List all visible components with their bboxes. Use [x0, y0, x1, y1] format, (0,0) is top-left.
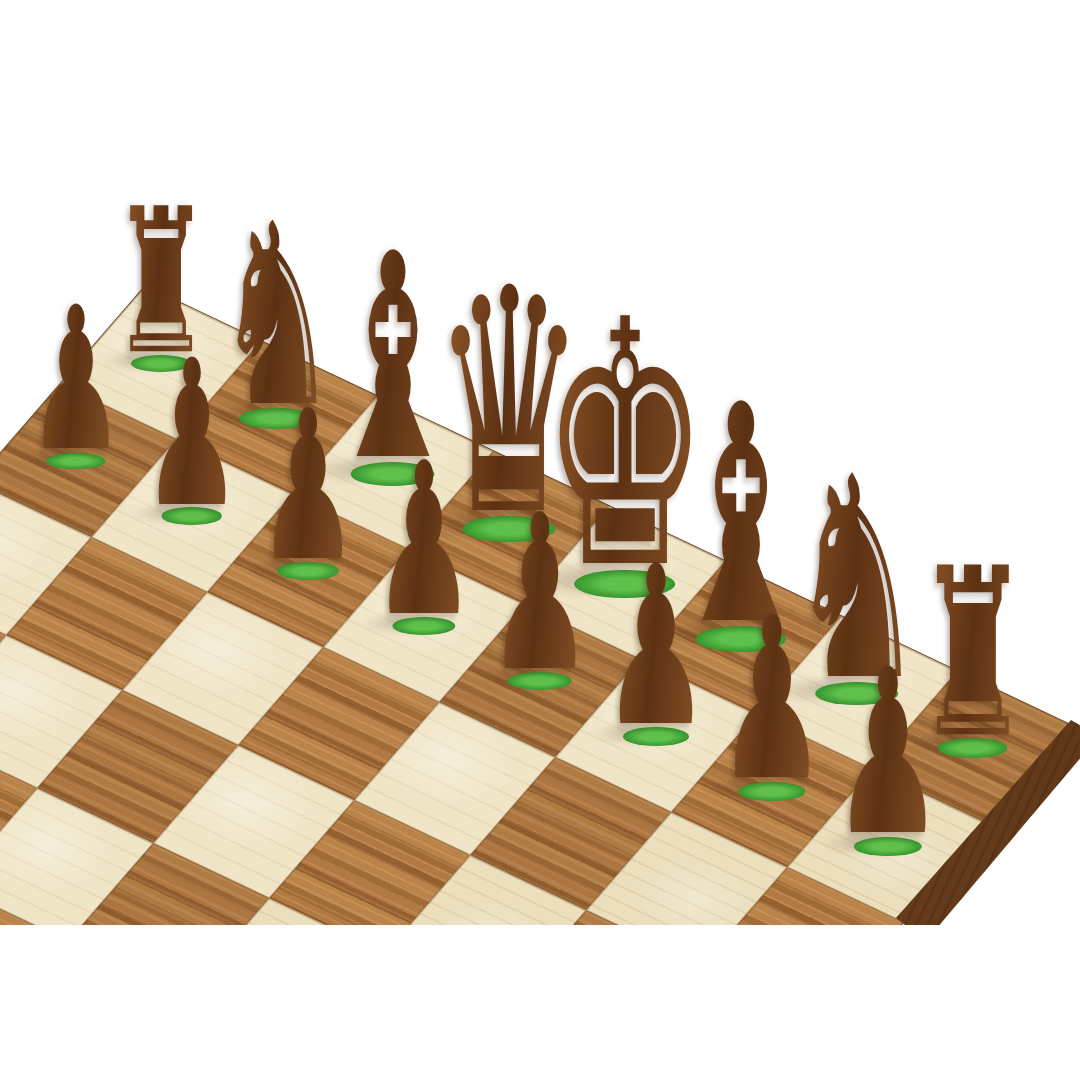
board-crop-region	[0, 0, 1080, 925]
photo-background: ♜♞♝♛♚♝♞♜♟♟♟♟♟♟♟♟	[0, 0, 1080, 1080]
chess-board	[0, 285, 1075, 925]
